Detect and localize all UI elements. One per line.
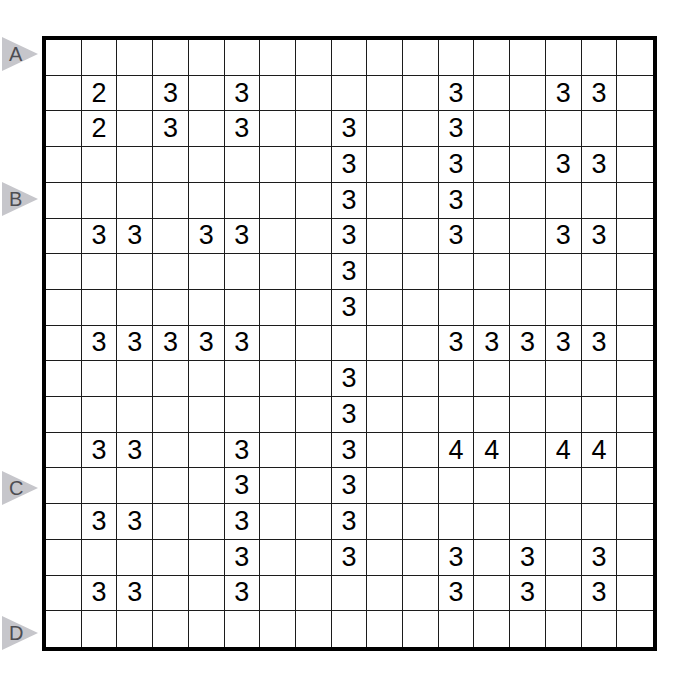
cell-r16c2-clue-3[interactable]: 3 <box>82 576 118 612</box>
cell-r3c1[interactable] <box>46 111 82 147</box>
cell-r9c8[interactable] <box>296 326 332 362</box>
cell-r2c15-clue-3[interactable]: 3 <box>546 76 582 112</box>
cell-r15c13[interactable] <box>474 540 510 576</box>
cell-r13c14[interactable] <box>510 468 546 504</box>
cell-r15c12-clue-3[interactable]: 3 <box>439 540 475 576</box>
cell-r3c10[interactable] <box>367 111 403 147</box>
cell-r15c14-clue-3[interactable]: 3 <box>510 540 546 576</box>
marker-label: B <box>9 182 22 216</box>
cell-r3c17[interactable] <box>617 111 653 147</box>
cell-r9c9[interactable] <box>332 326 368 362</box>
cell-r10c10[interactable] <box>367 361 403 397</box>
cell-r8c7[interactable] <box>260 290 296 326</box>
cell-r1c16[interactable] <box>582 40 618 76</box>
cell-r4c8[interactable] <box>296 147 332 183</box>
cell-r15c17[interactable] <box>617 540 653 576</box>
cell-r10c4[interactable] <box>153 361 189 397</box>
cell-r3c5[interactable] <box>189 111 225 147</box>
cell-r9c3-clue-3[interactable]: 3 <box>117 326 153 362</box>
row-marker-c: C <box>2 471 38 505</box>
cell-r1c9[interactable] <box>332 40 368 76</box>
cell-r16c12-clue-3[interactable]: 3 <box>439 576 475 612</box>
cell-r16c3-clue-3[interactable]: 3 <box>117 576 153 612</box>
cell-r2c4-clue-3[interactable]: 3 <box>153 76 189 112</box>
cell-r1c4[interactable] <box>153 40 189 76</box>
cell-r2c6-clue-3[interactable]: 3 <box>225 76 261 112</box>
cell-r14c8[interactable] <box>296 504 332 540</box>
cell-r17c17[interactable] <box>617 611 653 647</box>
cell-r17c15[interactable] <box>546 611 582 647</box>
cell-r16c15[interactable] <box>546 576 582 612</box>
cell-r14c13[interactable] <box>474 504 510 540</box>
cell-r13c3[interactable] <box>117 468 153 504</box>
cell-r17c16[interactable] <box>582 611 618 647</box>
cell-r1c6[interactable] <box>225 40 261 76</box>
cell-r10c13[interactable] <box>474 361 510 397</box>
cell-r3c16[interactable] <box>582 111 618 147</box>
cell-r16c17[interactable] <box>617 576 653 612</box>
cell-r14c3-clue-3[interactable]: 3 <box>117 504 153 540</box>
cell-r1c5[interactable] <box>189 40 225 76</box>
cell-r13c5[interactable] <box>189 468 225 504</box>
row-marker-d: D <box>2 616 38 650</box>
cell-r13c16[interactable] <box>582 468 618 504</box>
cell-r15c10[interactable] <box>367 540 403 576</box>
cell-r12c4[interactable] <box>153 433 189 469</box>
cell-r16c10[interactable] <box>367 576 403 612</box>
cell-r3c2-clue-2[interactable]: 2 <box>82 111 118 147</box>
cell-r5c9-clue-3[interactable]: 3 <box>332 183 368 219</box>
cell-r8c5[interactable] <box>189 290 225 326</box>
cell-r8c3[interactable] <box>117 290 153 326</box>
cell-r11c15[interactable] <box>546 397 582 433</box>
cell-r14c5[interactable] <box>189 504 225 540</box>
cell-r13c15[interactable] <box>546 468 582 504</box>
cell-r5c15[interactable] <box>546 183 582 219</box>
cell-r16c13[interactable] <box>474 576 510 612</box>
cell-r13c11[interactable] <box>403 468 439 504</box>
cell-r3c3[interactable] <box>117 111 153 147</box>
cell-r4c4[interactable] <box>153 147 189 183</box>
cell-r7c6[interactable] <box>225 254 261 290</box>
cell-r13c10[interactable] <box>367 468 403 504</box>
cell-r5c1[interactable] <box>46 183 82 219</box>
cell-r10c8[interactable] <box>296 361 332 397</box>
cell-r3c6-clue-3[interactable]: 3 <box>225 111 261 147</box>
cell-r15c4[interactable] <box>153 540 189 576</box>
cell-r6c2-clue-3[interactable]: 3 <box>82 219 118 255</box>
cell-r4c9-clue-3[interactable]: 3 <box>332 147 368 183</box>
cell-r1c10[interactable] <box>367 40 403 76</box>
cell-r10c7[interactable] <box>260 361 296 397</box>
cell-r7c8[interactable] <box>296 254 332 290</box>
cell-r11c3[interactable] <box>117 397 153 433</box>
cell-r4c5[interactable] <box>189 147 225 183</box>
cell-r4c12-clue-3[interactable]: 3 <box>439 147 475 183</box>
cell-r7c17[interactable] <box>617 254 653 290</box>
cell-r2c11[interactable] <box>403 76 439 112</box>
cell-r9c12-clue-3[interactable]: 3 <box>439 326 475 362</box>
cell-r2c9[interactable] <box>332 76 368 112</box>
cell-r7c16[interactable] <box>582 254 618 290</box>
cell-r7c11[interactable] <box>403 254 439 290</box>
cell-r16c1[interactable] <box>46 576 82 612</box>
cell-r4c2[interactable] <box>82 147 118 183</box>
cell-r2c14[interactable] <box>510 76 546 112</box>
cell-r17c2[interactable] <box>82 611 118 647</box>
cell-r11c6[interactable] <box>225 397 261 433</box>
cell-r2c3[interactable] <box>117 76 153 112</box>
cell-r14c12[interactable] <box>439 504 475 540</box>
cell-r8c9-clue-3[interactable]: 3 <box>332 290 368 326</box>
cell-r8c2[interactable] <box>82 290 118 326</box>
cell-r14c7[interactable] <box>260 504 296 540</box>
cell-r1c13[interactable] <box>474 40 510 76</box>
cell-r10c16[interactable] <box>582 361 618 397</box>
cell-r2c1[interactable] <box>46 76 82 112</box>
cell-r13c9-clue-3[interactable]: 3 <box>332 468 368 504</box>
cell-r5c14[interactable] <box>510 183 546 219</box>
cell-r6c8[interactable] <box>296 219 332 255</box>
cell-r14c9-clue-3[interactable]: 3 <box>332 504 368 540</box>
cell-r8c16[interactable] <box>582 290 618 326</box>
cell-r5c4[interactable] <box>153 183 189 219</box>
cell-r15c15[interactable] <box>546 540 582 576</box>
cell-r4c16-clue-3[interactable]: 3 <box>582 147 618 183</box>
cell-r12c6-clue-3[interactable]: 3 <box>225 433 261 469</box>
cell-r7c5[interactable] <box>189 254 225 290</box>
cell-r9c13-clue-3[interactable]: 3 <box>474 326 510 362</box>
marker-label: D <box>9 616 23 650</box>
cell-r17c11[interactable] <box>403 611 439 647</box>
cell-r4c17[interactable] <box>617 147 653 183</box>
cell-r9c17[interactable] <box>617 326 653 362</box>
cell-r10c1[interactable] <box>46 361 82 397</box>
cell-r5c16[interactable] <box>582 183 618 219</box>
cell-r12c5[interactable] <box>189 433 225 469</box>
cell-r2c2-clue-2[interactable]: 2 <box>82 76 118 112</box>
cell-r11c17[interactable] <box>617 397 653 433</box>
cell-r11c12[interactable] <box>439 397 475 433</box>
cell-r11c9-clue-3[interactable]: 3 <box>332 397 368 433</box>
cell-r16c9[interactable] <box>332 576 368 612</box>
cell-r11c14[interactable] <box>510 397 546 433</box>
cell-r2c13[interactable] <box>474 76 510 112</box>
marker-label: A <box>9 37 22 71</box>
cell-r2c16-clue-3[interactable]: 3 <box>582 76 618 112</box>
cell-r11c11[interactable] <box>403 397 439 433</box>
cell-r13c2[interactable] <box>82 468 118 504</box>
cell-r17c6[interactable] <box>225 611 261 647</box>
cell-r7c10[interactable] <box>367 254 403 290</box>
cell-r8c4[interactable] <box>153 290 189 326</box>
cell-r6c7[interactable] <box>260 219 296 255</box>
cell-r12c7[interactable] <box>260 433 296 469</box>
cell-r13c13[interactable] <box>474 468 510 504</box>
cell-r3c4-clue-3[interactable]: 3 <box>153 111 189 147</box>
cell-r11c2[interactable] <box>82 397 118 433</box>
cell-r13c4[interactable] <box>153 468 189 504</box>
cell-r17c13[interactable] <box>474 611 510 647</box>
cell-r11c8[interactable] <box>296 397 332 433</box>
puzzle-image: A B C D 23333323333333333333333333333333… <box>0 0 699 689</box>
cell-r11c1[interactable] <box>46 397 82 433</box>
cell-r6c1[interactable] <box>46 219 82 255</box>
cell-r11c5[interactable] <box>189 397 225 433</box>
cell-r1c17[interactable] <box>617 40 653 76</box>
cell-r17c9[interactable] <box>332 611 368 647</box>
cell-r12c15-clue-4[interactable]: 4 <box>546 433 582 469</box>
cell-r3c14[interactable] <box>510 111 546 147</box>
row-marker-a: A <box>2 37 38 71</box>
cell-r12c9-clue-3[interactable]: 3 <box>332 433 368 469</box>
cell-r10c17[interactable] <box>617 361 653 397</box>
cell-r2c7[interactable] <box>260 76 296 112</box>
cell-r17c7[interactable] <box>260 611 296 647</box>
cell-r6c9-clue-3[interactable]: 3 <box>332 219 368 255</box>
cell-r7c14[interactable] <box>510 254 546 290</box>
cell-r8c1[interactable] <box>46 290 82 326</box>
cell-r7c7[interactable] <box>260 254 296 290</box>
cell-r6c12-clue-3[interactable]: 3 <box>439 219 475 255</box>
cell-r15c11[interactable] <box>403 540 439 576</box>
cell-r10c11[interactable] <box>403 361 439 397</box>
cell-r1c8[interactable] <box>296 40 332 76</box>
cell-r12c2-clue-3[interactable]: 3 <box>82 433 118 469</box>
cell-r11c13[interactable] <box>474 397 510 433</box>
cell-r10c6[interactable] <box>225 361 261 397</box>
cell-r14c14[interactable] <box>510 504 546 540</box>
cell-r12c12-clue-4[interactable]: 4 <box>439 433 475 469</box>
cell-r4c13[interactable] <box>474 147 510 183</box>
cell-r17c4[interactable] <box>153 611 189 647</box>
cell-r8c8[interactable] <box>296 290 332 326</box>
cell-r1c1[interactable] <box>46 40 82 76</box>
cell-r16c8[interactable] <box>296 576 332 612</box>
cell-r3c7[interactable] <box>260 111 296 147</box>
cell-r15c3[interactable] <box>117 540 153 576</box>
cell-r16c5[interactable] <box>189 576 225 612</box>
cell-r7c15[interactable] <box>546 254 582 290</box>
cell-r1c3[interactable] <box>117 40 153 76</box>
cell-r17c14[interactable] <box>510 611 546 647</box>
cell-r6c3-clue-3[interactable]: 3 <box>117 219 153 255</box>
cell-r9c14-clue-3[interactable]: 3 <box>510 326 546 362</box>
cell-r11c16[interactable] <box>582 397 618 433</box>
cell-r7c12[interactable] <box>439 254 475 290</box>
cell-r14c4[interactable] <box>153 504 189 540</box>
cell-r8c6[interactable] <box>225 290 261 326</box>
cell-r12c16-clue-4[interactable]: 4 <box>582 433 618 469</box>
cell-r6c14[interactable] <box>510 219 546 255</box>
cell-r16c6-clue-3[interactable]: 3 <box>225 576 261 612</box>
cell-r3c11[interactable] <box>403 111 439 147</box>
cell-r17c1[interactable] <box>46 611 82 647</box>
cell-r9c16-clue-3[interactable]: 3 <box>582 326 618 362</box>
cell-r15c16-clue-3[interactable]: 3 <box>582 540 618 576</box>
cell-r5c3[interactable] <box>117 183 153 219</box>
cell-r5c10[interactable] <box>367 183 403 219</box>
cell-r8c14[interactable] <box>510 290 546 326</box>
cell-r7c2[interactable] <box>82 254 118 290</box>
cell-r8c10[interactable] <box>367 290 403 326</box>
cell-r9c11[interactable] <box>403 326 439 362</box>
cell-r10c9-clue-3[interactable]: 3 <box>332 361 368 397</box>
cell-r1c14[interactable] <box>510 40 546 76</box>
cell-r5c5[interactable] <box>189 183 225 219</box>
cell-r10c5[interactable] <box>189 361 225 397</box>
cell-r15c7[interactable] <box>260 540 296 576</box>
cell-r2c8[interactable] <box>296 76 332 112</box>
cell-r4c1[interactable] <box>46 147 82 183</box>
cell-r6c16-clue-3[interactable]: 3 <box>582 219 618 255</box>
cell-r15c5[interactable] <box>189 540 225 576</box>
cell-r15c2[interactable] <box>82 540 118 576</box>
cell-r16c7[interactable] <box>260 576 296 612</box>
cell-r1c7[interactable] <box>260 40 296 76</box>
cell-r3c12-clue-3[interactable]: 3 <box>439 111 475 147</box>
cell-r7c13[interactable] <box>474 254 510 290</box>
cell-r8c15[interactable] <box>546 290 582 326</box>
cell-r14c2-clue-3[interactable]: 3 <box>82 504 118 540</box>
cell-r14c17[interactable] <box>617 504 653 540</box>
cell-r14c11[interactable] <box>403 504 439 540</box>
cell-r5c13[interactable] <box>474 183 510 219</box>
cell-r5c8[interactable] <box>296 183 332 219</box>
cell-r8c17[interactable] <box>617 290 653 326</box>
cell-r8c11[interactable] <box>403 290 439 326</box>
cell-r7c3[interactable] <box>117 254 153 290</box>
cell-r10c3[interactable] <box>117 361 153 397</box>
cell-r13c17[interactable] <box>617 468 653 504</box>
cell-r7c4[interactable] <box>153 254 189 290</box>
cell-r13c12[interactable] <box>439 468 475 504</box>
cell-r17c5[interactable] <box>189 611 225 647</box>
cell-r5c17[interactable] <box>617 183 653 219</box>
cell-r10c12[interactable] <box>439 361 475 397</box>
cell-r5c11[interactable] <box>403 183 439 219</box>
cell-r6c11[interactable] <box>403 219 439 255</box>
cell-r11c10[interactable] <box>367 397 403 433</box>
cell-r16c11[interactable] <box>403 576 439 612</box>
cell-r14c1[interactable] <box>46 504 82 540</box>
cell-r13c6-clue-3[interactable]: 3 <box>225 468 261 504</box>
cell-r9c10[interactable] <box>367 326 403 362</box>
cell-r1c2[interactable] <box>82 40 118 76</box>
cell-r12c13-clue-4[interactable]: 4 <box>474 433 510 469</box>
cell-r2c5[interactable] <box>189 76 225 112</box>
cell-r5c2[interactable] <box>82 183 118 219</box>
cell-r4c3[interactable] <box>117 147 153 183</box>
cell-r1c12[interactable] <box>439 40 475 76</box>
cell-r15c1[interactable] <box>46 540 82 576</box>
marker-label: C <box>9 471 23 505</box>
cell-r5c6[interactable] <box>225 183 261 219</box>
cell-r12c8[interactable] <box>296 433 332 469</box>
cell-r4c6[interactable] <box>225 147 261 183</box>
cell-r14c6-clue-3[interactable]: 3 <box>225 504 261 540</box>
cell-r15c8[interactable] <box>296 540 332 576</box>
cell-r16c16-clue-3[interactable]: 3 <box>582 576 618 612</box>
cell-r14c15[interactable] <box>546 504 582 540</box>
puzzle-grid: 2333332333333333333333333333333333333333… <box>42 36 657 651</box>
cell-r3c8[interactable] <box>296 111 332 147</box>
cell-r12c1[interactable] <box>46 433 82 469</box>
cell-r4c15-clue-3[interactable]: 3 <box>546 147 582 183</box>
cell-r12c14[interactable] <box>510 433 546 469</box>
cell-r12c11[interactable] <box>403 433 439 469</box>
cell-r12c3-clue-3[interactable]: 3 <box>117 433 153 469</box>
cell-r4c14[interactable] <box>510 147 546 183</box>
cell-r11c4[interactable] <box>153 397 189 433</box>
cell-r17c3[interactable] <box>117 611 153 647</box>
cell-r6c5-clue-3[interactable]: 3 <box>189 219 225 255</box>
cell-r3c15[interactable] <box>546 111 582 147</box>
cell-r9c15-clue-3[interactable]: 3 <box>546 326 582 362</box>
cell-r17c8[interactable] <box>296 611 332 647</box>
cell-r13c1[interactable] <box>46 468 82 504</box>
cell-r7c1[interactable] <box>46 254 82 290</box>
cell-r6c13[interactable] <box>474 219 510 255</box>
cell-r5c12-clue-3[interactable]: 3 <box>439 183 475 219</box>
cell-r1c15[interactable] <box>546 40 582 76</box>
cell-r12c17[interactable] <box>617 433 653 469</box>
cell-r4c11[interactable] <box>403 147 439 183</box>
cell-r6c15-clue-3[interactable]: 3 <box>546 219 582 255</box>
cell-r15c9-clue-3[interactable]: 3 <box>332 540 368 576</box>
cell-r3c9-clue-3[interactable]: 3 <box>332 111 368 147</box>
cell-r8c12[interactable] <box>439 290 475 326</box>
cell-r2c10[interactable] <box>367 76 403 112</box>
cell-r3c13[interactable] <box>474 111 510 147</box>
cell-r9c4-clue-3[interactable]: 3 <box>153 326 189 362</box>
cell-r14c16[interactable] <box>582 504 618 540</box>
cell-r13c7[interactable] <box>260 468 296 504</box>
cell-r6c10[interactable] <box>367 219 403 255</box>
cell-r4c7[interactable] <box>260 147 296 183</box>
cell-r16c4[interactable] <box>153 576 189 612</box>
cell-r13c8[interactable] <box>296 468 332 504</box>
cell-r17c12[interactable] <box>439 611 475 647</box>
cell-r6c6-clue-3[interactable]: 3 <box>225 219 261 255</box>
cell-r5c7[interactable] <box>260 183 296 219</box>
cell-r9c7[interactable] <box>260 326 296 362</box>
row-marker-b: B <box>2 182 38 216</box>
cell-r14c10[interactable] <box>367 504 403 540</box>
cell-r12c10[interactable] <box>367 433 403 469</box>
cell-r6c17[interactable] <box>617 219 653 255</box>
cell-r2c17[interactable] <box>617 76 653 112</box>
cell-r11c7[interactable] <box>260 397 296 433</box>
cell-r2c12-clue-3[interactable]: 3 <box>439 76 475 112</box>
cell-r9c2-clue-3[interactable]: 3 <box>82 326 118 362</box>
cell-r1c11[interactable] <box>403 40 439 76</box>
cell-r9c1[interactable] <box>46 326 82 362</box>
cell-r10c15[interactable] <box>546 361 582 397</box>
cell-r17c10[interactable] <box>367 611 403 647</box>
cell-r16c14-clue-3[interactable]: 3 <box>510 576 546 612</box>
cell-r9c6-clue-3[interactable]: 3 <box>225 326 261 362</box>
cell-r10c2[interactable] <box>82 361 118 397</box>
cell-r10c14[interactable] <box>510 361 546 397</box>
cell-r4c10[interactable] <box>367 147 403 183</box>
cell-r15c6-clue-3[interactable]: 3 <box>225 540 261 576</box>
cell-r8c13[interactable] <box>474 290 510 326</box>
cell-r6c4[interactable] <box>153 219 189 255</box>
cell-r9c5-clue-3[interactable]: 3 <box>189 326 225 362</box>
cell-r7c9-clue-3[interactable]: 3 <box>332 254 368 290</box>
